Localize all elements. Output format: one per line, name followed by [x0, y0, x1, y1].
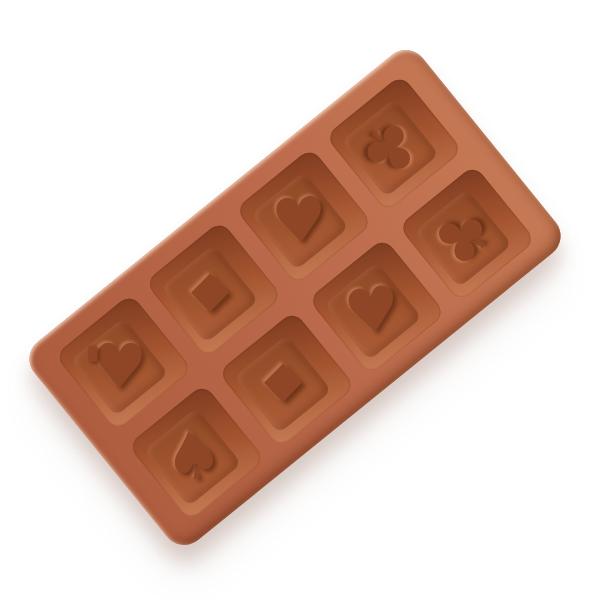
cavity-floor: ♥ — [70, 317, 168, 416]
cavity-floor: ♣ — [341, 98, 439, 197]
photo-background: ♥♦♥♣♠♦♥♣ — [0, 0, 600, 600]
cavity-floor: ♣ — [414, 189, 512, 288]
heart-shape: ♥ — [270, 187, 331, 254]
heart-shape: ♥ — [341, 276, 405, 345]
diamond-shape: ♦ — [252, 357, 313, 410]
club-shape: ♣ — [423, 200, 502, 275]
diamond-shape: ♦ — [179, 267, 240, 320]
heart-shape: ♥ — [92, 336, 148, 398]
cavity-floor: ♦ — [234, 335, 332, 434]
club-shape: ♣ — [347, 105, 433, 191]
cavity-floor: ♥ — [324, 262, 422, 361]
cavity-floor: ♦ — [161, 244, 259, 343]
chocolate-mold-tray: ♥♦♥♣♠♦♥♣ — [20, 41, 569, 554]
cavity-floor: ♥ — [251, 171, 349, 270]
cavity-grid: ♥♦♥♣♠♦♥♣ — [20, 41, 569, 554]
cavity-floor: ♠ — [143, 408, 241, 507]
mold-tab — [88, 346, 97, 362]
spade-shape: ♠ — [158, 419, 228, 494]
